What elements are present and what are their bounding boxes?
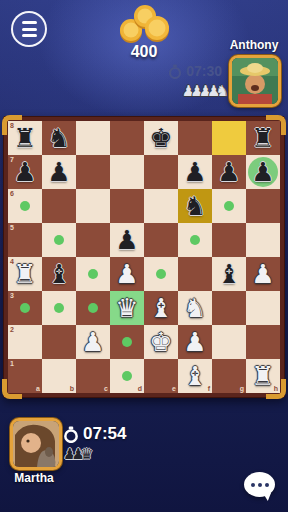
square-h5[interactable]	[246, 223, 280, 257]
square-d7[interactable]	[110, 155, 144, 189]
piece-white-rook[interactable]: ♜	[13, 257, 36, 291]
square-d8[interactable]	[110, 121, 144, 155]
piece-black-knight[interactable]: ♞	[183, 189, 206, 223]
square-g2[interactable]	[212, 325, 246, 359]
square-g5[interactable]	[212, 223, 246, 257]
square-e2[interactable]: ♚	[144, 325, 178, 359]
piece-black-knight[interactable]: ♞	[47, 121, 70, 155]
board-corner-bracket	[2, 379, 22, 399]
piece-white-king[interactable]: ♚	[149, 325, 172, 359]
square-h6[interactable]	[246, 189, 280, 223]
square-b2[interactable]	[42, 325, 76, 359]
square-d3[interactable]: ♛	[110, 291, 144, 325]
square-a3[interactable]: 3	[8, 291, 42, 325]
piece-white-pawn[interactable]: ♟	[183, 325, 206, 359]
rank-label-4: 4	[10, 258, 14, 265]
square-a4[interactable]: ♜4	[8, 257, 42, 291]
player-name: Martha	[2, 471, 66, 485]
square-e6[interactable]	[144, 189, 178, 223]
piece-white-queen[interactable]: ♛	[115, 291, 138, 325]
square-g3[interactable]	[212, 291, 246, 325]
legal-move-dot[interactable]	[20, 201, 30, 211]
legal-move-dot[interactable]	[190, 235, 200, 245]
square-g8[interactable]	[212, 121, 246, 155]
file-label-a: a	[36, 385, 40, 392]
piece-black-pawn[interactable]: ♟	[183, 155, 206, 189]
square-c8[interactable]	[76, 121, 110, 155]
square-e1[interactable]: e	[144, 359, 178, 393]
square-d6[interactable]	[110, 189, 144, 223]
square-g7[interactable]: ♟	[212, 155, 246, 189]
legal-move-dot[interactable]	[54, 303, 64, 313]
piece-white-pawn[interactable]: ♟	[251, 257, 274, 291]
opponent-avatar[interactable]	[229, 55, 281, 107]
legal-move-dot[interactable]	[54, 235, 64, 245]
opponent-captured-tray: ♟♟♟♟♞	[182, 84, 229, 99]
piece-white-bishop[interactable]: ♝	[149, 291, 172, 325]
square-c1[interactable]: c	[76, 359, 110, 393]
rank-label-6: 6	[10, 190, 14, 197]
piece-white-pawn[interactable]: ♟	[81, 325, 104, 359]
legal-move-dot[interactable]	[156, 269, 166, 279]
square-h2[interactable]	[246, 325, 280, 359]
file-label-c: c	[104, 385, 108, 392]
file-label-b: b	[70, 385, 74, 392]
square-e7[interactable]	[144, 155, 178, 189]
square-h7[interactable]: ♟	[246, 155, 280, 189]
legal-move-dot[interactable]	[122, 337, 132, 347]
piece-black-pawn[interactable]: ♟	[251, 155, 274, 189]
board-corner-bracket	[266, 115, 286, 135]
square-c4[interactable]	[76, 257, 110, 291]
square-e4[interactable]	[144, 257, 178, 291]
square-h4[interactable]: ♟	[246, 257, 280, 291]
square-a5[interactable]: 5	[8, 223, 42, 257]
file-label-d: d	[138, 385, 142, 392]
chat-button[interactable]	[244, 472, 275, 497]
square-d5[interactable]: ♟	[110, 223, 144, 257]
rank-label-5: 5	[10, 224, 14, 231]
chat-bubble-icon	[265, 483, 269, 487]
square-g4[interactable]: ♝	[212, 257, 246, 291]
square-e3[interactable]: ♝	[144, 291, 178, 325]
piece-black-pawn[interactable]: ♟	[13, 155, 36, 189]
square-c2[interactable]: ♟	[76, 325, 110, 359]
file-label-e: e	[172, 385, 176, 392]
piece-black-bishop[interactable]: ♝	[47, 257, 70, 291]
hamburger-icon	[22, 28, 37, 31]
piece-white-knight[interactable]: ♞	[183, 291, 206, 325]
square-d2[interactable]	[110, 325, 144, 359]
square-b7[interactable]: ♟	[42, 155, 76, 189]
square-a6[interactable]: 6	[8, 189, 42, 223]
square-b5[interactable]	[42, 223, 76, 257]
square-f7[interactable]: ♟	[178, 155, 212, 189]
square-c3[interactable]	[76, 291, 110, 325]
square-f8[interactable]	[178, 121, 212, 155]
opponent-timer: 07:30	[168, 63, 222, 79]
square-c7[interactable]	[76, 155, 110, 189]
coins-balance[interactable]: 400	[115, 5, 173, 61]
square-f4[interactable]	[178, 257, 212, 291]
board-corner-bracket	[2, 115, 22, 135]
opponent-photo	[232, 58, 278, 104]
square-e5[interactable]	[144, 223, 178, 257]
opponent-name: Anthony	[216, 38, 288, 52]
piece-black-pawn[interactable]: ♟	[217, 155, 240, 189]
square-f1[interactable]: ♝f	[178, 359, 212, 393]
square-b1[interactable]: b	[42, 359, 76, 393]
player-avatar[interactable]	[10, 418, 62, 470]
stopwatch-icon	[63, 426, 79, 443]
square-f6[interactable]: ♞	[178, 189, 212, 223]
legal-move-dot[interactable]	[224, 201, 234, 211]
hamburger-menu-button[interactable]	[11, 11, 47, 47]
square-f3[interactable]: ♞	[178, 291, 212, 325]
player-timer-value: 07:54	[83, 424, 126, 444]
board-corner-bracket	[266, 379, 286, 399]
square-b6[interactable]	[42, 189, 76, 223]
legal-move-dot[interactable]	[88, 269, 98, 279]
square-h3[interactable]	[246, 291, 280, 325]
opponent-timer-value: 07:30	[186, 63, 222, 79]
legal-move-dot[interactable]	[20, 303, 30, 313]
rank-label-7: 7	[10, 156, 14, 163]
player-photo	[13, 421, 59, 467]
square-c6[interactable]	[76, 189, 110, 223]
player-captured-tray: ♟♟♛	[63, 447, 93, 462]
file-label-g: g	[240, 385, 244, 392]
rank-label-1: 1	[10, 360, 14, 367]
square-e8[interactable]: ♚	[144, 121, 178, 155]
hamburger-icon	[22, 34, 37, 37]
piece-white-bishop[interactable]: ♝	[183, 359, 206, 393]
stopwatch-icon	[168, 64, 182, 79]
square-a7[interactable]: ♟7	[8, 155, 42, 189]
square-f2[interactable]: ♟	[178, 325, 212, 359]
hamburger-icon	[22, 21, 37, 24]
square-b3[interactable]	[42, 291, 76, 325]
player-timer: 07:54	[63, 424, 126, 444]
chat-bubble-icon	[251, 483, 255, 487]
chat-bubble-icon	[258, 483, 262, 487]
file-label-f: f	[208, 385, 210, 392]
rank-label-2: 2	[10, 326, 14, 333]
piece-black-pawn[interactable]: ♟	[47, 155, 70, 189]
piece-white-pawn[interactable]: ♟	[115, 257, 138, 291]
legal-move-dot[interactable]	[88, 303, 98, 313]
square-b4[interactable]: ♝	[42, 257, 76, 291]
chess-app-screen: 400 Anthony 07:30 ♟♟♟♟♞ ♜8♞♚♜♟7♟♟♟♟6♞5♟♜…	[0, 0, 288, 512]
square-a2[interactable]: 2	[8, 325, 42, 359]
square-g1[interactable]: g	[212, 359, 246, 393]
gold-coins-icon	[115, 5, 173, 45]
piece-black-pawn[interactable]: ♟	[115, 223, 138, 257]
piece-black-bishop[interactable]: ♝	[217, 257, 240, 291]
square-g6[interactable]	[212, 189, 246, 223]
square-f5[interactable]	[178, 223, 212, 257]
square-d1[interactable]: d	[110, 359, 144, 393]
coins-count: 400	[131, 43, 158, 61]
square-c5[interactable]	[76, 223, 110, 257]
rank-label-3: 3	[10, 292, 14, 299]
chess-board: ♜8♞♚♜♟7♟♟♟♟6♞5♟♜4♝♟♝♟3♛♝♞2♟♚♟1abcde♝fg♜h	[8, 121, 280, 393]
square-b8[interactable]: ♞	[42, 121, 76, 155]
legal-move-dot[interactable]	[122, 371, 132, 381]
chess-board-frame: ♜8♞♚♜♟7♟♟♟♟6♞5♟♜4♝♟♝♟3♛♝♞2♟♚♟1abcde♝fg♜h	[3, 116, 285, 398]
captured-white-knight: ♞	[216, 84, 229, 99]
captured-black-queen: ♛	[80, 447, 93, 462]
piece-black-king[interactable]: ♚	[149, 121, 172, 155]
square-d4[interactable]: ♟	[110, 257, 144, 291]
